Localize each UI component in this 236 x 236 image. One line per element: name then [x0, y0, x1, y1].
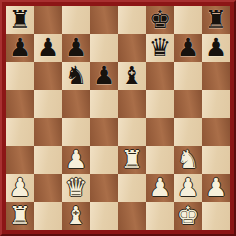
square-h8[interactable]: ♜ — [202, 6, 230, 34]
square-a4[interactable] — [6, 118, 34, 146]
square-e1[interactable] — [118, 202, 146, 230]
square-c1[interactable]: ♝ — [62, 202, 90, 230]
square-c2[interactable]: ♛ — [62, 174, 90, 202]
piece-white-bishop: ♝ — [65, 202, 87, 230]
piece-white-rook: ♜ — [121, 146, 143, 174]
square-d2[interactable] — [90, 174, 118, 202]
piece-black-queen: ♛ — [149, 34, 171, 62]
square-g4[interactable] — [174, 118, 202, 146]
square-g1[interactable]: ♚ — [174, 202, 202, 230]
square-d7[interactable] — [90, 34, 118, 62]
square-h6[interactable] — [202, 62, 230, 90]
square-f1[interactable] — [146, 202, 174, 230]
square-a1[interactable]: ♜ — [6, 202, 34, 230]
square-a8[interactable]: ♜ — [6, 6, 34, 34]
square-b5[interactable] — [34, 90, 62, 118]
piece-black-pawn: ♟ — [65, 34, 87, 62]
piece-black-pawn: ♟ — [37, 34, 59, 62]
square-b8[interactable] — [34, 6, 62, 34]
piece-black-pawn: ♟ — [9, 34, 31, 62]
square-f3[interactable] — [146, 146, 174, 174]
piece-white-pawn: ♟ — [65, 146, 87, 174]
piece-black-pawn: ♟ — [205, 34, 227, 62]
piece-black-pawn: ♟ — [177, 34, 199, 62]
square-f5[interactable] — [146, 90, 174, 118]
square-d6[interactable]: ♟ — [90, 62, 118, 90]
square-e7[interactable] — [118, 34, 146, 62]
piece-black-rook: ♜ — [9, 6, 31, 34]
square-c8[interactable] — [62, 6, 90, 34]
square-g5[interactable] — [174, 90, 202, 118]
square-c3[interactable]: ♟ — [62, 146, 90, 174]
square-d4[interactable] — [90, 118, 118, 146]
square-e8[interactable] — [118, 6, 146, 34]
square-c7[interactable]: ♟ — [62, 34, 90, 62]
piece-white-pawn: ♟ — [149, 174, 171, 202]
square-b1[interactable] — [34, 202, 62, 230]
square-g7[interactable]: ♟ — [174, 34, 202, 62]
square-a7[interactable]: ♟ — [6, 34, 34, 62]
square-b7[interactable]: ♟ — [34, 34, 62, 62]
chess-board: ♜♚♜♟♟♟♛♟♟♞♟♝♟♜♞♟♛♟♟♟♜♝♚ — [6, 6, 230, 230]
square-g8[interactable] — [174, 6, 202, 34]
square-d1[interactable] — [90, 202, 118, 230]
square-a3[interactable] — [6, 146, 34, 174]
square-c6[interactable]: ♞ — [62, 62, 90, 90]
square-f7[interactable]: ♛ — [146, 34, 174, 62]
piece-black-bishop: ♝ — [121, 62, 143, 90]
square-b6[interactable] — [34, 62, 62, 90]
piece-black-pawn: ♟ — [93, 62, 115, 90]
square-a5[interactable] — [6, 90, 34, 118]
square-f6[interactable] — [146, 62, 174, 90]
piece-white-queen: ♛ — [65, 174, 87, 202]
square-h4[interactable] — [202, 118, 230, 146]
piece-white-rook: ♜ — [9, 202, 31, 230]
square-h7[interactable]: ♟ — [202, 34, 230, 62]
square-f8[interactable]: ♚ — [146, 6, 174, 34]
square-b2[interactable] — [34, 174, 62, 202]
square-e4[interactable] — [118, 118, 146, 146]
square-h5[interactable] — [202, 90, 230, 118]
piece-white-king: ♚ — [177, 202, 199, 230]
square-d5[interactable] — [90, 90, 118, 118]
square-g6[interactable] — [174, 62, 202, 90]
square-g3[interactable]: ♞ — [174, 146, 202, 174]
square-a2[interactable]: ♟ — [6, 174, 34, 202]
square-h3[interactable] — [202, 146, 230, 174]
piece-black-king: ♚ — [149, 6, 171, 34]
square-b3[interactable] — [34, 146, 62, 174]
square-c5[interactable] — [62, 90, 90, 118]
square-b4[interactable] — [34, 118, 62, 146]
square-g2[interactable]: ♟ — [174, 174, 202, 202]
square-h1[interactable] — [202, 202, 230, 230]
piece-black-knight: ♞ — [65, 62, 87, 90]
piece-white-pawn: ♟ — [177, 174, 199, 202]
square-d8[interactable] — [90, 6, 118, 34]
square-c4[interactable] — [62, 118, 90, 146]
diagram-frame: ♜♚♜♟♟♟♛♟♟♞♟♝♟♜♞♟♛♟♟♟♜♝♚ — [0, 0, 236, 236]
square-e6[interactable]: ♝ — [118, 62, 146, 90]
square-e5[interactable] — [118, 90, 146, 118]
piece-white-knight: ♞ — [177, 146, 199, 174]
piece-white-pawn: ♟ — [205, 174, 227, 202]
square-a6[interactable] — [6, 62, 34, 90]
piece-white-pawn: ♟ — [9, 174, 31, 202]
square-f4[interactable] — [146, 118, 174, 146]
piece-black-rook: ♜ — [205, 6, 227, 34]
square-e3[interactable]: ♜ — [118, 146, 146, 174]
square-e2[interactable] — [118, 174, 146, 202]
square-d3[interactable] — [90, 146, 118, 174]
square-h2[interactable]: ♟ — [202, 174, 230, 202]
square-f2[interactable]: ♟ — [146, 174, 174, 202]
